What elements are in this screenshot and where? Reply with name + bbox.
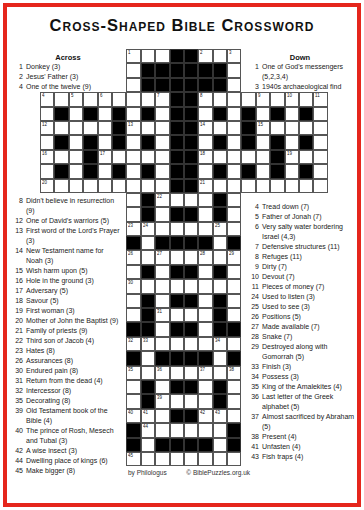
white-cell[interactable]: [198, 193, 212, 207]
white-cell[interactable]: [126, 294, 140, 308]
clue-list-number: 4: [10, 82, 26, 92]
white-cell[interactable]: [285, 121, 299, 135]
clue-number: 6: [100, 93, 102, 98]
white-cell[interactable]: [155, 207, 169, 221]
white-cell[interactable]: [227, 294, 241, 308]
white-cell[interactable]: [285, 135, 299, 149]
white-cell[interactable]: [198, 452, 212, 466]
white-cell[interactable]: [198, 279, 212, 293]
white-cell[interactable]: [69, 179, 83, 193]
white-cell[interactable]: [155, 222, 169, 236]
black-cell: [141, 193, 155, 207]
white-cell[interactable]: 24: [141, 222, 155, 236]
white-cell[interactable]: [141, 92, 155, 106]
white-cell[interactable]: [155, 279, 169, 293]
white-cell[interactable]: [213, 92, 227, 106]
white-cell[interactable]: [112, 179, 126, 193]
white-cell[interactable]: 29: [227, 250, 241, 264]
white-cell[interactable]: [270, 121, 284, 135]
clue-number: 45: [128, 453, 133, 458]
white-cell[interactable]: [69, 121, 83, 135]
black-cell: [184, 351, 198, 365]
black-cell: [270, 135, 284, 149]
white-cell[interactable]: [126, 193, 140, 207]
white-cell[interactable]: [227, 164, 241, 178]
white-cell[interactable]: [256, 107, 270, 121]
white-cell[interactable]: [126, 265, 140, 279]
white-cell[interactable]: [198, 107, 212, 121]
white-cell[interactable]: 8: [198, 92, 212, 106]
white-cell[interactable]: [184, 423, 198, 437]
white-cell[interactable]: [313, 164, 327, 178]
white-cell[interactable]: 21: [198, 179, 212, 193]
clue-list-number: 15: [10, 266, 26, 276]
white-cell[interactable]: [141, 236, 155, 250]
white-cell[interactable]: 30: [126, 279, 140, 293]
white-cell[interactable]: [126, 150, 140, 164]
black-cell: [213, 78, 227, 92]
white-cell[interactable]: [141, 121, 155, 135]
clue-number: 31: [157, 309, 162, 314]
white-cell[interactable]: [54, 179, 68, 193]
white-cell[interactable]: [213, 179, 227, 193]
clue-list-number: 2: [10, 72, 26, 82]
black-cell: [213, 322, 227, 336]
white-cell[interactable]: [141, 179, 155, 193]
white-cell[interactable]: 16: [40, 150, 54, 164]
white-cell[interactable]: [270, 92, 284, 106]
white-cell[interactable]: 28: [198, 250, 212, 264]
black-cell: [170, 207, 184, 221]
clue-number: 30: [128, 280, 133, 285]
white-cell[interactable]: 6: [98, 92, 112, 106]
white-cell[interactable]: [241, 150, 255, 164]
white-cell[interactable]: [198, 294, 212, 308]
white-cell[interactable]: [227, 222, 241, 236]
white-cell[interactable]: [126, 394, 140, 408]
black-cell: [213, 294, 227, 308]
white-cell[interactable]: [285, 179, 299, 193]
white-cell[interactable]: [227, 150, 241, 164]
white-cell[interactable]: 10: [285, 92, 299, 106]
white-cell[interactable]: [40, 164, 54, 178]
black-cell: [213, 63, 227, 77]
clue-number: 14: [200, 122, 205, 127]
white-cell[interactable]: [227, 193, 241, 207]
white-cell[interactable]: [141, 438, 155, 452]
white-cell[interactable]: [83, 121, 97, 135]
white-cell[interactable]: 23: [126, 222, 140, 236]
black-cell: [213, 193, 227, 207]
black-cell: [141, 63, 155, 77]
black-cell: [126, 438, 140, 452]
white-cell[interactable]: [256, 150, 270, 164]
white-cell[interactable]: 36: [155, 366, 169, 380]
white-cell[interactable]: [198, 337, 212, 351]
clue-list-number: 22: [10, 336, 26, 346]
white-cell[interactable]: [227, 135, 241, 149]
white-cell[interactable]: 43: [213, 409, 227, 423]
black-cell: [184, 409, 198, 423]
white-cell[interactable]: [155, 179, 169, 193]
white-cell[interactable]: [213, 423, 227, 437]
white-cell[interactable]: [213, 150, 227, 164]
white-cell[interactable]: [155, 107, 169, 121]
clue-number: 17: [100, 151, 105, 156]
black-cell: [213, 308, 227, 322]
white-cell[interactable]: [184, 337, 198, 351]
black-cell: [54, 135, 68, 149]
white-cell[interactable]: [241, 179, 255, 193]
black-cell: [184, 49, 198, 63]
clue-number: 16: [42, 151, 47, 156]
white-cell[interactable]: [313, 135, 327, 149]
black-cell: [299, 107, 313, 121]
white-cell[interactable]: [141, 49, 155, 63]
white-cell[interactable]: 17: [98, 150, 112, 164]
white-cell[interactable]: 27: [155, 250, 169, 264]
white-cell[interactable]: [170, 250, 184, 264]
black-cell: [170, 78, 184, 92]
white-cell[interactable]: [256, 179, 270, 193]
clue-number: 9: [258, 93, 260, 98]
black-cell: [83, 164, 97, 178]
white-cell[interactable]: [69, 107, 83, 121]
white-cell[interactable]: [126, 107, 140, 121]
clue-list-number: 1: [10, 62, 26, 72]
white-cell[interactable]: [141, 150, 155, 164]
clue-list-number: 18: [10, 296, 26, 306]
white-cell[interactable]: [313, 107, 327, 121]
white-cell[interactable]: 42: [198, 409, 212, 423]
white-cell[interactable]: 40: [126, 409, 140, 423]
white-cell[interactable]: 38: [227, 366, 241, 380]
white-cell[interactable]: [184, 250, 198, 264]
white-cell[interactable]: [241, 92, 255, 106]
white-cell[interactable]: [198, 380, 212, 394]
black-cell: [198, 78, 212, 92]
white-cell[interactable]: [69, 150, 83, 164]
white-cell[interactable]: [141, 351, 155, 365]
black-cell: [155, 63, 169, 77]
white-cell[interactable]: [227, 179, 241, 193]
white-cell[interactable]: [126, 164, 140, 178]
white-cell[interactable]: [155, 49, 169, 63]
clue-list-number: 26: [10, 356, 26, 366]
white-cell[interactable]: [155, 380, 169, 394]
black-cell: [126, 351, 140, 365]
white-cell[interactable]: [198, 222, 212, 236]
white-cell[interactable]: 31: [155, 308, 169, 322]
white-cell[interactable]: [170, 452, 184, 466]
black-cell: [141, 308, 155, 322]
clue-number: 27: [157, 251, 162, 256]
black-cell: [170, 135, 184, 149]
black-cell: [141, 380, 155, 394]
white-cell[interactable]: 9: [256, 92, 270, 106]
white-cell[interactable]: [69, 135, 83, 149]
white-cell[interactable]: [213, 250, 227, 264]
white-cell[interactable]: [69, 164, 83, 178]
white-cell[interactable]: [256, 164, 270, 178]
white-cell[interactable]: [227, 337, 241, 351]
white-cell[interactable]: [170, 366, 184, 380]
white-cell[interactable]: 12: [40, 121, 54, 135]
white-cell[interactable]: [170, 279, 184, 293]
white-cell[interactable]: 45: [126, 452, 140, 466]
white-cell[interactable]: [98, 121, 112, 135]
white-cell[interactable]: [299, 92, 313, 106]
black-cell: [227, 322, 241, 336]
white-cell[interactable]: [227, 452, 241, 466]
white-cell[interactable]: [227, 308, 241, 322]
black-cell: [126, 322, 140, 336]
black-cell: [213, 207, 227, 221]
black-cell: [184, 322, 198, 336]
white-cell[interactable]: [184, 222, 198, 236]
white-cell[interactable]: [155, 294, 169, 308]
white-cell[interactable]: [126, 308, 140, 322]
black-cell: [170, 92, 184, 106]
white-cell[interactable]: 44: [141, 423, 155, 437]
white-cell[interactable]: 25: [213, 222, 227, 236]
white-cell[interactable]: [170, 308, 184, 322]
clue-number: 34: [215, 338, 220, 343]
black-cell: [227, 423, 241, 437]
black-cell: [170, 164, 184, 178]
white-cell[interactable]: [126, 207, 140, 221]
white-cell[interactable]: [198, 394, 212, 408]
white-cell[interactable]: [170, 394, 184, 408]
white-cell[interactable]: 14: [198, 121, 212, 135]
white-cell[interactable]: [213, 49, 227, 63]
black-cell: [184, 236, 198, 250]
white-cell[interactable]: [299, 179, 313, 193]
white-cell[interactable]: [155, 337, 169, 351]
white-cell[interactable]: [198, 322, 212, 336]
white-cell[interactable]: 32: [126, 337, 140, 351]
white-cell[interactable]: 39: [155, 394, 169, 408]
white-cell[interactable]: [213, 366, 227, 380]
page-title: Cross-Shaped Bible Crossword: [0, 16, 364, 35]
black-cell: [198, 351, 212, 365]
white-cell[interactable]: [256, 135, 270, 149]
white-cell[interactable]: [227, 107, 241, 121]
white-cell[interactable]: [54, 121, 68, 135]
white-cell[interactable]: 34: [213, 337, 227, 351]
black-cell: [126, 423, 140, 437]
white-cell[interactable]: [227, 279, 241, 293]
white-cell[interactable]: [227, 409, 241, 423]
white-cell[interactable]: [313, 150, 327, 164]
white-cell[interactable]: [184, 366, 198, 380]
white-cell[interactable]: 5: [69, 92, 83, 106]
white-cell[interactable]: [299, 150, 313, 164]
black-cell: [141, 265, 155, 279]
white-cell[interactable]: 3: [227, 49, 241, 63]
white-cell[interactable]: 35: [126, 366, 140, 380]
black-cell: [213, 107, 227, 121]
white-cell[interactable]: [313, 121, 327, 135]
white-cell[interactable]: 19: [285, 150, 299, 164]
black-cell: [184, 380, 198, 394]
black-cell: [170, 179, 184, 193]
black-cell: [184, 179, 198, 193]
white-cell[interactable]: 11: [313, 92, 327, 106]
white-cell[interactable]: [184, 394, 198, 408]
white-cell[interactable]: [299, 121, 313, 135]
white-cell[interactable]: [198, 164, 212, 178]
white-cell[interactable]: [112, 92, 126, 106]
clue-number: 39: [157, 395, 162, 400]
white-cell[interactable]: [184, 452, 198, 466]
white-cell[interactable]: [126, 92, 140, 106]
white-cell[interactable]: [270, 179, 284, 193]
black-cell: [299, 135, 313, 149]
white-cell[interactable]: [155, 322, 169, 336]
white-cell[interactable]: 2: [198, 49, 212, 63]
white-cell[interactable]: [141, 279, 155, 293]
black-cell: [270, 107, 284, 121]
black-cell: [54, 107, 68, 121]
white-cell[interactable]: [98, 135, 112, 149]
white-cell[interactable]: [126, 63, 140, 77]
white-cell[interactable]: [98, 107, 112, 121]
white-cell[interactable]: [40, 135, 54, 149]
black-cell: [241, 107, 255, 121]
white-cell[interactable]: [126, 78, 140, 92]
white-cell[interactable]: [40, 107, 54, 121]
white-cell[interactable]: [227, 92, 241, 106]
black-cell: [170, 107, 184, 121]
black-cell: [184, 438, 198, 452]
white-cell[interactable]: [285, 107, 299, 121]
white-cell[interactable]: [155, 164, 169, 178]
white-cell[interactable]: [227, 121, 241, 135]
black-cell: [141, 322, 155, 336]
clue-number: 24: [143, 223, 148, 228]
white-cell[interactable]: 22: [155, 193, 169, 207]
white-cell[interactable]: 7: [155, 92, 169, 106]
white-cell[interactable]: [170, 193, 184, 207]
white-cell[interactable]: [285, 164, 299, 178]
white-cell[interactable]: [184, 279, 198, 293]
white-cell[interactable]: 37: [198, 366, 212, 380]
black-cell: [170, 49, 184, 63]
black-cell: [270, 164, 284, 178]
white-cell[interactable]: [141, 452, 155, 466]
white-cell[interactable]: [54, 150, 68, 164]
clue-number: 38: [229, 367, 234, 372]
white-cell[interactable]: [98, 179, 112, 193]
white-cell[interactable]: [198, 207, 212, 221]
white-cell[interactable]: [170, 423, 184, 437]
black-cell: [213, 394, 227, 408]
white-cell[interactable]: [170, 222, 184, 236]
black-cell: [170, 236, 184, 250]
white-cell[interactable]: [155, 452, 169, 466]
white-cell[interactable]: [126, 179, 140, 193]
white-cell[interactable]: [184, 193, 198, 207]
black-cell: [184, 92, 198, 106]
black-cell: [141, 107, 155, 121]
white-cell[interactable]: [227, 207, 241, 221]
white-cell[interactable]: 26: [126, 250, 140, 264]
white-cell[interactable]: 15: [256, 121, 270, 135]
white-cell[interactable]: 41: [141, 409, 155, 423]
white-cell[interactable]: [155, 150, 169, 164]
white-cell[interactable]: [227, 394, 241, 408]
white-cell[interactable]: 18: [198, 150, 212, 164]
white-cell[interactable]: [198, 423, 212, 437]
black-cell: [170, 438, 184, 452]
white-cell[interactable]: [198, 265, 212, 279]
white-cell[interactable]: 4: [40, 92, 54, 106]
white-cell[interactable]: [141, 250, 155, 264]
white-cell[interactable]: [126, 135, 140, 149]
clue-list-number: 12: [10, 216, 26, 226]
clue-list-number: 35: [10, 396, 26, 406]
white-cell[interactable]: [141, 366, 155, 380]
white-cell[interactable]: [184, 308, 198, 322]
white-cell[interactable]: [155, 409, 169, 423]
white-cell[interactable]: [213, 351, 227, 365]
white-cell[interactable]: [198, 308, 212, 322]
white-cell[interactable]: [198, 135, 212, 149]
white-cell[interactable]: [213, 121, 227, 135]
white-cell[interactable]: [112, 150, 126, 164]
black-cell: [112, 164, 126, 178]
white-cell[interactable]: [155, 265, 169, 279]
white-cell[interactable]: 1: [126, 49, 140, 63]
black-cell: [170, 121, 184, 135]
white-cell[interactable]: [213, 438, 227, 452]
white-cell[interactable]: [54, 92, 68, 106]
white-cell[interactable]: [83, 92, 97, 106]
clue-number: 41: [143, 410, 148, 415]
white-cell[interactable]: [227, 63, 241, 77]
clue-number: 22: [157, 194, 162, 199]
black-cell: [83, 135, 97, 149]
white-cell[interactable]: 20: [40, 179, 54, 193]
white-cell[interactable]: [227, 380, 241, 394]
black-cell: [141, 164, 155, 178]
white-cell[interactable]: [170, 337, 184, 351]
white-cell[interactable]: 33: [141, 337, 155, 351]
black-cell: [241, 121, 255, 135]
clue-list-number: 17: [10, 286, 26, 296]
white-cell[interactable]: [98, 164, 112, 178]
white-cell[interactable]: [83, 179, 97, 193]
white-cell[interactable]: [213, 452, 227, 466]
black-cell: [213, 265, 227, 279]
white-cell[interactable]: [155, 121, 169, 135]
white-cell[interactable]: [213, 236, 227, 250]
white-cell[interactable]: [126, 380, 140, 394]
black-cell: [112, 107, 126, 121]
clue-number: 20: [42, 180, 47, 185]
white-cell[interactable]: [155, 135, 169, 149]
white-cell[interactable]: 13: [126, 121, 140, 135]
white-cell[interactable]: [227, 265, 241, 279]
white-cell[interactable]: [227, 78, 241, 92]
white-cell[interactable]: [155, 423, 169, 437]
black-cell: [155, 236, 169, 250]
white-cell[interactable]: [213, 279, 227, 293]
white-cell[interactable]: [313, 179, 327, 193]
clue-number: 28: [200, 251, 205, 256]
black-cell: [170, 351, 184, 365]
